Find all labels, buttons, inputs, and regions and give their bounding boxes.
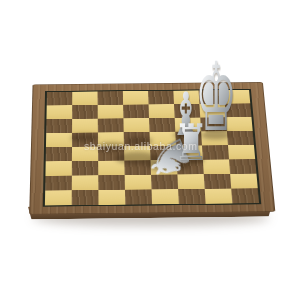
square-a3 <box>45 161 71 176</box>
square-h1 <box>231 188 259 203</box>
square-e1 <box>152 189 179 204</box>
chess-set-product-photo[interactable]: ♝♚♛♞♚♞♞♜ sbaiyuan.alibaba.com <box>0 0 300 300</box>
square-a1 <box>45 190 72 205</box>
square-b2 <box>72 175 99 190</box>
square-g1 <box>205 189 233 204</box>
square-c1 <box>98 190 125 205</box>
square-g2 <box>204 174 231 189</box>
watermark-text: sbaiyuan.alibaba.com <box>84 140 198 152</box>
square-f1 <box>178 189 205 204</box>
square-b1 <box>72 190 99 205</box>
square-h2 <box>230 174 258 189</box>
square-a2 <box>45 176 72 191</box>
square-d1 <box>125 189 152 204</box>
square-h3 <box>229 159 256 174</box>
